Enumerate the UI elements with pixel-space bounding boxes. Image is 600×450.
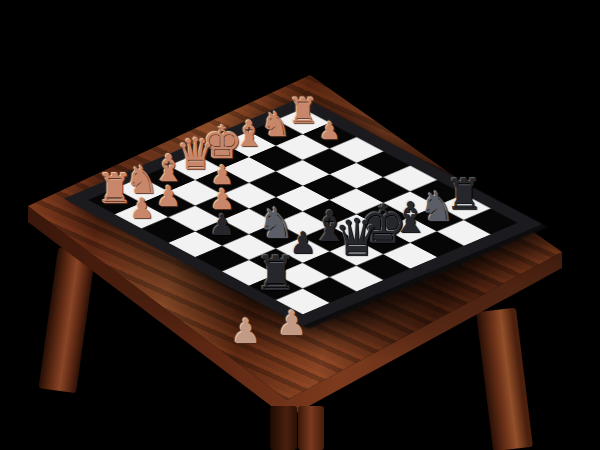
chess-scene: ♜♞♟♝♚♛♝♟♞♜♟♜♟♟♞♝♟♞♝♚♟♛♜♟♟ [0, 0, 600, 450]
piece-white-rook-a1[interactable]: ♜ [96, 169, 133, 210]
table-leg-front [270, 406, 297, 450]
piece-white-pawn-h2[interactable]: ♟ [319, 119, 341, 143]
piece-white-knight-g1[interactable]: ♞ [261, 107, 291, 141]
piece-white-pawn-b2[interactable]: ♟ [156, 184, 181, 212]
piece-black-queen-d7[interactable]: ♛ [334, 212, 380, 263]
piece-black-pawn-b4[interactable]: ♟ [209, 211, 235, 240]
table-leg-front-side [298, 406, 324, 450]
piece-white-pawn-a2[interactable]: ♟ [129, 195, 154, 223]
piece-black-rook-a7[interactable]: ♜ [254, 249, 297, 297]
piece-white-rook-h1[interactable]: ♜ [287, 95, 318, 130]
